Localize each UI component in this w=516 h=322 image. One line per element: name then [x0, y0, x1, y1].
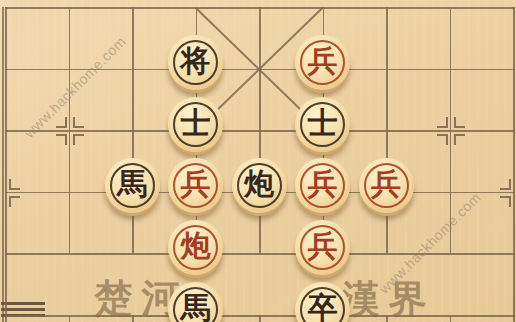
board-file-line	[69, 7, 71, 253]
board-file-line	[450, 315, 452, 322]
star-point-marker	[454, 117, 465, 128]
piece-glyph: 兵	[295, 219, 350, 274]
piece-red-soldier[interactable]: 兵	[295, 35, 350, 90]
piece-red-soldier[interactable]: 兵	[295, 158, 350, 213]
piece-black-advisor[interactable]: 士	[168, 97, 223, 152]
board-file-line	[132, 315, 134, 322]
piece-glyph: 馬	[105, 157, 160, 212]
piece-black-soldier[interactable]: 卒	[295, 282, 350, 322]
board-file-line	[69, 315, 71, 322]
piece-glyph: 兵	[168, 157, 223, 212]
piece-red-soldier[interactable]: 兵	[295, 220, 350, 275]
piece-black-general[interactable]: 将	[168, 35, 223, 90]
star-point-marker	[9, 196, 20, 207]
board-file-line	[386, 315, 388, 322]
piece-black-advisor[interactable]: 士	[295, 97, 350, 152]
star-point-marker	[73, 134, 84, 145]
star-point-marker	[437, 117, 448, 128]
board-file-line	[132, 7, 134, 253]
piece-glyph: 炮	[232, 157, 287, 212]
piece-glyph: 兵	[359, 157, 414, 212]
star-point-marker	[9, 179, 20, 190]
piece-glyph: 将	[168, 34, 223, 89]
piece-glyph: 馬	[168, 281, 223, 322]
star-point-marker	[437, 134, 448, 145]
piece-red-soldier[interactable]: 兵	[168, 158, 223, 213]
piece-glyph: 兵	[295, 157, 350, 212]
piece-glyph: 炮	[168, 219, 223, 274]
star-point-marker	[56, 134, 67, 145]
piece-glyph: 士	[295, 96, 350, 151]
piece-red-soldier[interactable]: 兵	[359, 158, 414, 213]
star-point-marker	[73, 117, 84, 128]
star-point-marker	[454, 134, 465, 145]
board-outer-border	[2, 7, 4, 322]
piece-red-cannon[interactable]: 炮	[168, 220, 223, 275]
board-file-line	[386, 7, 388, 253]
piece-black-cannon[interactable]: 炮	[232, 158, 287, 213]
board-rank-line	[5, 253, 515, 255]
star-point-marker	[500, 196, 511, 207]
star-point-marker	[56, 117, 67, 128]
star-point-marker	[500, 179, 511, 190]
xiangqi-board: 楚河 漢界 将兵士士馬兵炮兵兵炮兵馬卒www.hackhome.comwww.h…	[0, 0, 516, 322]
piece-glyph: 卒	[295, 281, 350, 322]
board-file-line	[5, 7, 7, 322]
piece-black-horse[interactable]: 馬	[105, 158, 160, 213]
piece-black-horse[interactable]: 馬	[168, 282, 223, 322]
board-file-line	[513, 7, 515, 322]
board-file-line	[259, 315, 261, 322]
piece-glyph: 士	[168, 96, 223, 151]
board-file-line	[259, 7, 261, 253]
piece-glyph: 兵	[295, 34, 350, 89]
